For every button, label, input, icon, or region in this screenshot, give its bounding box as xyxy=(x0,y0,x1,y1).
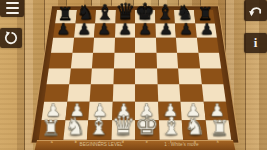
board-front-face: abcdefgh BEGINNERS LEVEL 1 : White's mov… xyxy=(34,140,236,150)
menu-button[interactable] xyxy=(0,0,24,17)
file-label-a: a xyxy=(47,140,58,144)
square-c5[interactable] xyxy=(92,52,114,68)
piece-black-pawn[interactable]: ♟ xyxy=(115,22,135,37)
piece-white-knight[interactable]: ♞ xyxy=(183,115,207,138)
info-button[interactable]: i xyxy=(244,33,267,53)
square-d7[interactable]: ♟ xyxy=(115,23,135,37)
piece-white-bishop[interactable]: ♝ xyxy=(159,114,183,139)
square-g7[interactable]: ♟ xyxy=(175,23,196,37)
hamburger-menu-icon xyxy=(6,2,19,5)
file-label-h: h xyxy=(213,140,224,144)
square-b6[interactable] xyxy=(72,38,94,53)
square-h4[interactable] xyxy=(200,68,224,84)
board-scene: ♜♞♝♛♚♝♞♜♟♟♟♟♟♟♟♟♟♟♟♟♟♟♟♟♜♞♝♛♚♝♞♜ xyxy=(42,0,228,150)
info-icon: i xyxy=(254,35,258,51)
square-a4[interactable] xyxy=(47,68,71,84)
square-h1[interactable]: ♜ xyxy=(205,120,231,139)
square-d6[interactable] xyxy=(114,38,135,53)
piece-black-pawn[interactable]: ♟ xyxy=(196,22,216,37)
square-c7[interactable]: ♟ xyxy=(94,23,115,37)
square-b4[interactable] xyxy=(69,68,92,84)
square-c6[interactable] xyxy=(93,38,115,53)
restart-circular-arrow-icon xyxy=(4,31,18,45)
piece-white-king[interactable]: ♚ xyxy=(135,112,159,139)
chess-app-screen: ♜♞♝♛♚♝♞♜♟♟♟♟♟♟♟♟♟♟♟♟♟♟♟♟♜♞♝♛♚♝♞♜ abcdefg… xyxy=(0,0,267,150)
hamburger-menu-icon xyxy=(6,12,19,15)
piece-black-pawn[interactable]: ♟ xyxy=(53,22,73,37)
square-c4[interactable] xyxy=(91,68,114,84)
square-f6[interactable] xyxy=(155,38,177,53)
square-g4[interactable] xyxy=(178,68,201,84)
square-a6[interactable] xyxy=(51,38,74,53)
piece-black-pawn[interactable]: ♟ xyxy=(94,22,114,37)
square-g5[interactable] xyxy=(177,52,200,68)
chess-board: ♜♞♝♛♚♝♞♜♟♟♟♟♟♟♟♟♟♟♟♟♟♟♟♟♜♞♝♛♚♝♞♜ xyxy=(30,6,239,144)
piece-white-rook[interactable]: ♜ xyxy=(207,118,231,139)
file-coordinate-labels: abcdefgh xyxy=(40,140,230,148)
square-f5[interactable] xyxy=(156,52,178,68)
piece-black-pawn[interactable]: ♟ xyxy=(74,22,94,37)
piece-white-knight[interactable]: ♞ xyxy=(63,115,87,138)
restart-button[interactable] xyxy=(0,28,22,48)
piece-white-bishop[interactable]: ♝ xyxy=(87,114,111,139)
square-e7[interactable]: ♟ xyxy=(135,23,155,37)
square-e4[interactable] xyxy=(135,68,157,84)
square-h7[interactable]: ♟ xyxy=(195,23,217,37)
square-h5[interactable] xyxy=(198,52,221,68)
square-b5[interactable] xyxy=(70,52,93,68)
square-c1[interactable]: ♝ xyxy=(87,120,112,139)
square-f4[interactable] xyxy=(157,68,180,84)
square-g1[interactable]: ♞ xyxy=(182,120,207,139)
hamburger-menu-icon xyxy=(6,7,19,10)
piece-black-pawn[interactable]: ♟ xyxy=(176,22,196,37)
square-g6[interactable] xyxy=(176,38,198,53)
piece-white-queen[interactable]: ♛ xyxy=(111,112,135,139)
move-status-label: 1 : White's move xyxy=(164,143,198,148)
undo-button[interactable] xyxy=(244,0,267,21)
square-d1[interactable]: ♛ xyxy=(111,120,135,139)
piece-black-pawn[interactable]: ♟ xyxy=(135,22,155,37)
square-d4[interactable] xyxy=(113,68,135,84)
undo-arrow-icon xyxy=(248,4,263,18)
level-label: BEGINNERS LEVEL xyxy=(80,143,123,148)
board-grid: ♜♞♝♛♚♝♞♜♟♟♟♟♟♟♟♟♟♟♟♟♟♟♟♟♜♞♝♛♚♝♞♜ xyxy=(39,10,231,140)
square-e1[interactable]: ♚ xyxy=(135,120,159,139)
square-e5[interactable] xyxy=(135,52,157,68)
square-a7[interactable]: ♟ xyxy=(53,23,75,37)
piece-white-rook[interactable]: ♜ xyxy=(39,118,63,139)
square-h6[interactable] xyxy=(196,38,219,53)
square-d5[interactable] xyxy=(113,52,135,68)
piece-black-pawn[interactable]: ♟ xyxy=(155,22,175,37)
square-e6[interactable] xyxy=(135,38,156,53)
square-a5[interactable] xyxy=(49,52,72,68)
square-b1[interactable]: ♞ xyxy=(63,120,88,139)
file-label-e: e xyxy=(142,140,153,144)
square-f7[interactable]: ♟ xyxy=(155,23,176,37)
square-f1[interactable]: ♝ xyxy=(158,120,183,139)
square-b7[interactable]: ♟ xyxy=(74,23,95,37)
square-a1[interactable]: ♜ xyxy=(39,120,65,139)
